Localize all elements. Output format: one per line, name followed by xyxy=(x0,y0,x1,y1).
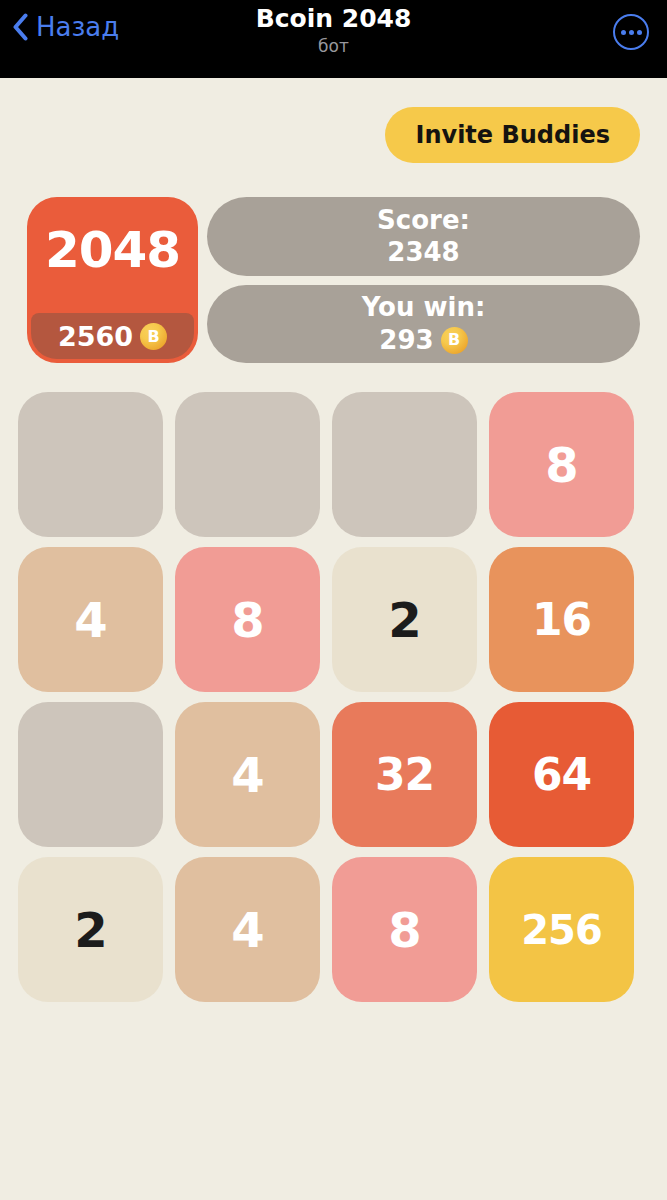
logo-tile-2048: 2048 2560 B xyxy=(27,197,198,363)
page-title: Bcoin 2048 xyxy=(184,4,484,33)
tile-2-r4c1: 2 xyxy=(18,857,163,1002)
tile-4-r4c2: 4 xyxy=(175,857,320,1002)
back-label: Назад xyxy=(36,12,119,42)
logo-balance-strip: 2560 B xyxy=(31,313,194,359)
win-label: You win: xyxy=(362,291,486,324)
invite-buddies-button[interactable]: Invite Buddies xyxy=(385,107,640,163)
empty-cell-r1c2 xyxy=(175,392,320,537)
bitcoin-coin-icon: B xyxy=(441,327,468,354)
empty-cell-r3c1 xyxy=(18,702,163,847)
navbar: Назад Bcoin 2048 бот xyxy=(0,0,667,78)
coin-balance: 2560 xyxy=(58,321,133,352)
logo-value: 2048 xyxy=(27,221,198,279)
tile-32-r3c3: 32 xyxy=(332,702,477,847)
empty-cell-r1c3 xyxy=(332,392,477,537)
bitcoin-coin-icon: B xyxy=(140,323,167,350)
tile-16-r2c4: 16 xyxy=(489,547,634,692)
tile-4-r2c1: 4 xyxy=(18,547,163,692)
score-label: Score: xyxy=(377,204,470,237)
tile-4-r3c2: 4 xyxy=(175,702,320,847)
ellipsis-icon xyxy=(621,30,626,35)
navbar-title-block: Bcoin 2048 бот xyxy=(184,4,484,56)
tile-2-r2c3: 2 xyxy=(332,547,477,692)
tile-64-r3c4: 64 xyxy=(489,702,634,847)
back-button[interactable]: Назад xyxy=(12,12,119,42)
score-value: 2348 xyxy=(387,236,459,269)
score-pill: Score: 2348 xyxy=(207,197,640,276)
score-pills: Score: 2348 You win: 293 B xyxy=(207,197,640,363)
tile-8-r1c4: 8 xyxy=(489,392,634,537)
page-subtitle: бот xyxy=(184,36,484,56)
app-screen: Назад Bcoin 2048 бот Invite Buddies 2048… xyxy=(0,0,667,1200)
tile-8-r4c3: 8 xyxy=(332,857,477,1002)
more-options-button[interactable] xyxy=(613,14,649,50)
tile-8-r2c2: 8 xyxy=(175,547,320,692)
win-pill: You win: 293 B xyxy=(207,285,640,364)
stats-row: 2048 2560 B Score: 2348 You win: 293 B xyxy=(27,197,640,363)
invite-row: Invite Buddies xyxy=(0,78,667,168)
tile-256-r4c4: 256 xyxy=(489,857,634,1002)
board-grid[interactable]: 84821643264248256 xyxy=(18,392,634,1002)
empty-cell-r1c1 xyxy=(18,392,163,537)
win-value: 293 xyxy=(379,324,433,357)
chevron-left-icon xyxy=(12,13,28,41)
